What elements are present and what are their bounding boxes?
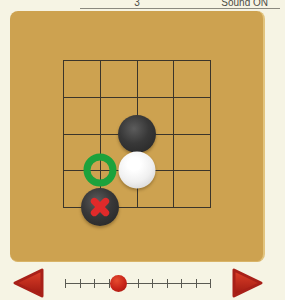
- slider-tick: [167, 279, 168, 288]
- move-counter: 3: [134, 0, 140, 8]
- slider-tick: [210, 279, 211, 288]
- slider-thumb[interactable]: [110, 275, 127, 292]
- black-stone[interactable]: [118, 115, 156, 153]
- slider-tick: [181, 279, 182, 288]
- top-status-bar: 3 Sound ON: [0, 0, 285, 10]
- slider-tick: [80, 279, 81, 288]
- stones-layer: [10, 11, 263, 261]
- prev-move-button[interactable]: [11, 267, 45, 299]
- go-board[interactable]: [10, 11, 265, 262]
- slider-tick: [65, 279, 66, 288]
- move-slider[interactable]: [65, 276, 210, 292]
- topbar-divider: [80, 8, 280, 9]
- next-move-button[interactable]: [231, 267, 265, 299]
- sound-toggle[interactable]: Sound ON: [221, 0, 268, 8]
- white-stone[interactable]: [118, 152, 155, 189]
- slider-tick: [138, 279, 139, 288]
- black-stone-x-marker[interactable]: [81, 188, 119, 226]
- slider-tick: [94, 279, 95, 288]
- go-problem-app: 3 Sound ON: [0, 0, 285, 300]
- slider-tick: [152, 279, 153, 288]
- green-circle-marker[interactable]: [83, 154, 116, 187]
- slider-tick: [196, 279, 197, 288]
- navigation-controls: [0, 262, 285, 300]
